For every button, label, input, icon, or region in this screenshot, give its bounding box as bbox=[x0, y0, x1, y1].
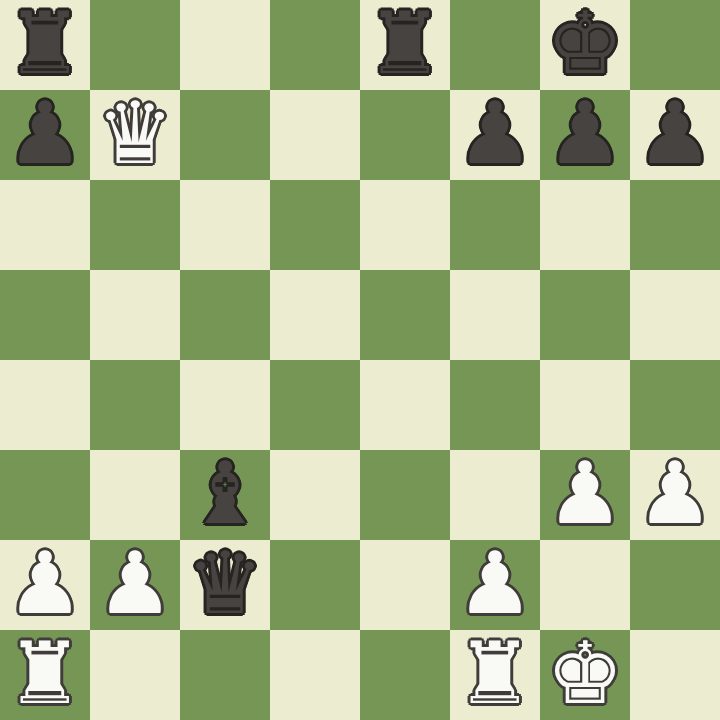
piece-white-pawn[interactable]: ♟ bbox=[546, 450, 623, 536]
square-b4[interactable] bbox=[90, 360, 180, 450]
square-f6[interactable] bbox=[450, 180, 540, 270]
piece-black-pawn[interactable]: ♟ bbox=[546, 90, 623, 176]
piece-black-queen[interactable]: ♛ bbox=[186, 540, 263, 626]
square-g8[interactable]: ♚ bbox=[540, 0, 630, 90]
square-g4[interactable] bbox=[540, 360, 630, 450]
square-f4[interactable] bbox=[450, 360, 540, 450]
square-h2[interactable] bbox=[630, 540, 720, 630]
square-e2[interactable] bbox=[360, 540, 450, 630]
piece-white-queen[interactable]: ♛ bbox=[96, 90, 173, 176]
square-h4[interactable] bbox=[630, 360, 720, 450]
square-h5[interactable] bbox=[630, 270, 720, 360]
piece-black-rook[interactable]: ♜ bbox=[6, 0, 83, 86]
square-a6[interactable] bbox=[0, 180, 90, 270]
square-c6[interactable] bbox=[180, 180, 270, 270]
square-c5[interactable] bbox=[180, 270, 270, 360]
square-g7[interactable]: ♟ bbox=[540, 90, 630, 180]
square-b2[interactable]: ♟ bbox=[90, 540, 180, 630]
square-e4[interactable] bbox=[360, 360, 450, 450]
square-b3[interactable] bbox=[90, 450, 180, 540]
square-f8[interactable] bbox=[450, 0, 540, 90]
square-c3[interactable]: ♝ bbox=[180, 450, 270, 540]
square-g2[interactable] bbox=[540, 540, 630, 630]
square-h8[interactable] bbox=[630, 0, 720, 90]
square-g5[interactable] bbox=[540, 270, 630, 360]
square-d7[interactable] bbox=[270, 90, 360, 180]
chess-board: ♜♜♚♟♛♟♟♟♝♟♟♟♟♛♟♜♜♚ bbox=[0, 0, 720, 720]
square-c2[interactable]: ♛ bbox=[180, 540, 270, 630]
square-a1[interactable]: ♜ bbox=[0, 630, 90, 720]
piece-white-rook[interactable]: ♜ bbox=[456, 630, 533, 716]
square-d1[interactable] bbox=[270, 630, 360, 720]
square-a4[interactable] bbox=[0, 360, 90, 450]
piece-white-pawn[interactable]: ♟ bbox=[6, 540, 83, 626]
piece-black-king[interactable]: ♚ bbox=[546, 0, 623, 86]
piece-black-rook[interactable]: ♜ bbox=[366, 0, 443, 86]
square-h7[interactable]: ♟ bbox=[630, 90, 720, 180]
square-f7[interactable]: ♟ bbox=[450, 90, 540, 180]
square-b6[interactable] bbox=[90, 180, 180, 270]
square-d3[interactable] bbox=[270, 450, 360, 540]
square-c4[interactable] bbox=[180, 360, 270, 450]
piece-white-pawn[interactable]: ♟ bbox=[96, 540, 173, 626]
square-d2[interactable] bbox=[270, 540, 360, 630]
piece-black-pawn[interactable]: ♟ bbox=[6, 90, 83, 176]
square-a5[interactable] bbox=[0, 270, 90, 360]
square-h3[interactable]: ♟ bbox=[630, 450, 720, 540]
piece-white-pawn[interactable]: ♟ bbox=[456, 540, 533, 626]
square-g1[interactable]: ♚ bbox=[540, 630, 630, 720]
square-f2[interactable]: ♟ bbox=[450, 540, 540, 630]
square-a3[interactable] bbox=[0, 450, 90, 540]
square-c8[interactable] bbox=[180, 0, 270, 90]
square-e1[interactable] bbox=[360, 630, 450, 720]
piece-white-pawn[interactable]: ♟ bbox=[636, 450, 713, 536]
piece-white-king[interactable]: ♚ bbox=[546, 630, 623, 716]
square-e8[interactable]: ♜ bbox=[360, 0, 450, 90]
piece-white-rook[interactable]: ♜ bbox=[6, 630, 83, 716]
square-g3[interactable]: ♟ bbox=[540, 450, 630, 540]
square-a2[interactable]: ♟ bbox=[0, 540, 90, 630]
square-b7[interactable]: ♛ bbox=[90, 90, 180, 180]
square-d8[interactable] bbox=[270, 0, 360, 90]
square-d4[interactable] bbox=[270, 360, 360, 450]
square-h6[interactable] bbox=[630, 180, 720, 270]
square-e3[interactable] bbox=[360, 450, 450, 540]
square-e7[interactable] bbox=[360, 90, 450, 180]
piece-black-pawn[interactable]: ♟ bbox=[456, 90, 533, 176]
square-b1[interactable] bbox=[90, 630, 180, 720]
square-a7[interactable]: ♟ bbox=[0, 90, 90, 180]
square-e5[interactable] bbox=[360, 270, 450, 360]
square-b5[interactable] bbox=[90, 270, 180, 360]
square-c7[interactable] bbox=[180, 90, 270, 180]
piece-black-bishop[interactable]: ♝ bbox=[186, 450, 263, 536]
square-b8[interactable] bbox=[90, 0, 180, 90]
square-d6[interactable] bbox=[270, 180, 360, 270]
square-c1[interactable] bbox=[180, 630, 270, 720]
square-g6[interactable] bbox=[540, 180, 630, 270]
square-f3[interactable] bbox=[450, 450, 540, 540]
square-f5[interactable] bbox=[450, 270, 540, 360]
square-a8[interactable]: ♜ bbox=[0, 0, 90, 90]
square-h1[interactable] bbox=[630, 630, 720, 720]
square-e6[interactable] bbox=[360, 180, 450, 270]
square-f1[interactable]: ♜ bbox=[450, 630, 540, 720]
square-d5[interactable] bbox=[270, 270, 360, 360]
piece-black-pawn[interactable]: ♟ bbox=[636, 90, 713, 176]
